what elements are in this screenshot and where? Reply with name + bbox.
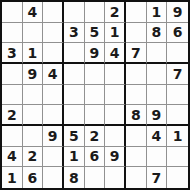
cell-r7c7[interactable] [126, 126, 147, 147]
cell-r6c1: 2 [2, 105, 23, 126]
cell-r8c8[interactable] [147, 147, 168, 168]
cell-r8c5: 6 [85, 147, 106, 168]
cell-r4c3: 4 [43, 64, 64, 85]
cell-r4c5[interactable] [85, 64, 106, 85]
cell-r1c5[interactable] [85, 2, 106, 23]
cell-r4c1[interactable] [2, 64, 23, 85]
cell-r8c7[interactable] [126, 147, 147, 168]
cell-r4c7[interactable] [126, 64, 147, 85]
cell-r8c9[interactable] [167, 147, 188, 168]
cell-r2c5: 5 [85, 23, 106, 44]
cell-r4c4[interactable] [64, 64, 85, 85]
cell-r2c3[interactable] [43, 23, 64, 44]
cell-r1c8: 1 [147, 2, 168, 23]
cell-r7c4: 5 [64, 126, 85, 147]
cell-r7c5: 2 [85, 126, 106, 147]
cell-r3c5: 9 [85, 43, 106, 64]
cell-r4c9: 7 [167, 64, 188, 85]
cell-r5c2[interactable] [23, 85, 44, 106]
cell-r6c5[interactable] [85, 105, 106, 126]
cell-r6c4[interactable] [64, 105, 85, 126]
cell-r5c3[interactable] [43, 85, 64, 106]
cell-r3c2: 1 [23, 43, 44, 64]
cell-r7c1[interactable] [2, 126, 23, 147]
cell-r2c8: 8 [147, 23, 168, 44]
cell-r2c9: 6 [167, 23, 188, 44]
cell-r6c8: 9 [147, 105, 168, 126]
cell-r7c8: 4 [147, 126, 168, 147]
cell-r2c1[interactable] [2, 23, 23, 44]
cell-r8c1: 4 [2, 147, 23, 168]
cell-r1c9: 9 [167, 2, 188, 23]
sudoku-board: 4219351863194794728995241421691687 [0, 0, 190, 190]
cell-r4c8[interactable] [147, 64, 168, 85]
cell-r9c4: 8 [64, 167, 85, 188]
cell-r3c6: 4 [105, 43, 126, 64]
cell-r8c4: 1 [64, 147, 85, 168]
cell-r2c2[interactable] [23, 23, 44, 44]
cell-r6c9[interactable] [167, 105, 188, 126]
cell-r5c5[interactable] [85, 85, 106, 106]
cell-r9c1: 1 [2, 167, 23, 188]
cell-r6c2[interactable] [23, 105, 44, 126]
cell-r6c7: 8 [126, 105, 147, 126]
cell-r7c6[interactable] [105, 126, 126, 147]
cell-r1c3[interactable] [43, 2, 64, 23]
cell-r8c2: 2 [23, 147, 44, 168]
cell-r3c4[interactable] [64, 43, 85, 64]
cell-r5c7[interactable] [126, 85, 147, 106]
cell-r5c8[interactable] [147, 85, 168, 106]
cell-r9c3[interactable] [43, 167, 64, 188]
cell-r2c4: 3 [64, 23, 85, 44]
cell-r9c2: 6 [23, 167, 44, 188]
cell-r5c6[interactable] [105, 85, 126, 106]
cell-r5c1[interactable] [2, 85, 23, 106]
cell-r1c4[interactable] [64, 2, 85, 23]
cell-r1c6: 2 [105, 2, 126, 23]
cell-r4c2: 9 [23, 64, 44, 85]
cell-r5c9[interactable] [167, 85, 188, 106]
cell-r7c9: 1 [167, 126, 188, 147]
cell-r6c3[interactable] [43, 105, 64, 126]
cell-r7c2[interactable] [23, 126, 44, 147]
cell-r2c6: 1 [105, 23, 126, 44]
cell-r8c6: 9 [105, 147, 126, 168]
cell-r3c8[interactable] [147, 43, 168, 64]
cell-r9c5[interactable] [85, 167, 106, 188]
cell-r2c7[interactable] [126, 23, 147, 44]
cell-r9c9[interactable] [167, 167, 188, 188]
cell-r4c6[interactable] [105, 64, 126, 85]
cell-r7c3: 9 [43, 126, 64, 147]
cell-r1c1[interactable] [2, 2, 23, 23]
cell-r3c1: 3 [2, 43, 23, 64]
cell-r3c3[interactable] [43, 43, 64, 64]
cell-r3c7: 7 [126, 43, 147, 64]
cell-r9c8: 7 [147, 167, 168, 188]
cell-r5c4[interactable] [64, 85, 85, 106]
cell-r1c7[interactable] [126, 2, 147, 23]
cell-r3c9[interactable] [167, 43, 188, 64]
cell-r8c3[interactable] [43, 147, 64, 168]
cell-r9c6[interactable] [105, 167, 126, 188]
cell-r6c6[interactable] [105, 105, 126, 126]
cell-r1c2: 4 [23, 2, 44, 23]
cell-r9c7[interactable] [126, 167, 147, 188]
